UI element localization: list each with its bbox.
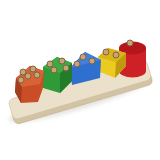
- peg: [103, 49, 109, 55]
- peg: [34, 72, 40, 78]
- peg: [30, 66, 36, 72]
- peg: [89, 58, 95, 64]
- peg: [74, 61, 80, 67]
- peg: [18, 77, 24, 83]
- peg: [20, 69, 26, 75]
- peg: [25, 73, 31, 79]
- product-photo: [0, 0, 160, 160]
- peg: [63, 65, 69, 71]
- peg-group-cylinder: [127, 40, 133, 46]
- peg: [51, 67, 57, 73]
- peg: [113, 52, 119, 58]
- peg: [127, 40, 133, 46]
- peg: [59, 58, 65, 64]
- peg: [80, 54, 86, 60]
- toy-illustration: [0, 0, 160, 160]
- peg: [47, 61, 53, 67]
